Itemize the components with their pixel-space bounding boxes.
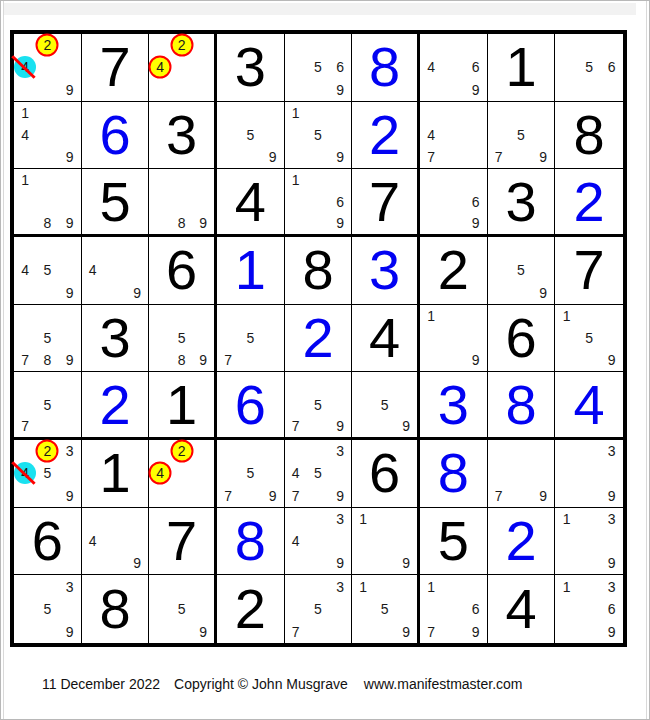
cell-r9c5[interactable]: 357	[285, 575, 353, 643]
cell-r9c7[interactable]: 1679	[420, 575, 488, 643]
cell-r3c2[interactable]: 5	[82, 169, 150, 237]
candidate-5: 5	[239, 124, 261, 146]
window-top-strip	[4, 3, 636, 15]
footer-date: 11 December 2022	[42, 676, 160, 692]
cell-r6c6[interactable]: 59	[352, 372, 420, 440]
cell-r4c4[interactable]: 1	[217, 237, 285, 305]
candidate-5: 5	[307, 394, 329, 416]
cell-r9c1[interactable]: 359	[14, 575, 82, 643]
given-digit: 7	[82, 34, 149, 101]
cell-r3c9[interactable]: 2	[555, 169, 623, 237]
cell-r3c7[interactable]: 69	[420, 169, 488, 237]
solved-digit: 2	[285, 305, 352, 372]
candidate-9: 9	[126, 552, 148, 574]
candidate-3: 3	[600, 575, 623, 598]
candidate-9: 9	[329, 78, 351, 100]
given-digit: 7	[149, 508, 214, 575]
candidate-5: 5	[307, 124, 329, 146]
candidate-8: 8	[36, 212, 58, 234]
given-digit: 1	[149, 372, 214, 437]
candidate-9: 9	[600, 552, 623, 574]
candidate-9: 9	[395, 415, 417, 437]
cell-r8c7[interactable]: 5	[420, 508, 488, 576]
cell-r5c7[interactable]: 19	[420, 305, 488, 373]
candidate-5: 5	[171, 327, 193, 349]
cell-r5c2[interactable]: 3	[82, 305, 150, 373]
footer-copyright: Copyright © John Musgrave	[174, 676, 348, 692]
candidate-4-target-mark: 4	[149, 462, 171, 484]
candidate-9: 9	[464, 212, 486, 234]
cell-r1c6[interactable]: 8	[352, 34, 420, 102]
cell-r1c5[interactable]: 569	[285, 34, 353, 102]
candidate-9: 9	[395, 620, 417, 643]
cell-r1c8[interactable]: 1	[488, 34, 556, 102]
given-digit: 7	[352, 169, 417, 234]
cell-r5c5[interactable]: 2	[285, 305, 353, 373]
candidate-7: 7	[14, 415, 36, 437]
candidate-7: 7	[488, 146, 510, 168]
cell-r6c9[interactable]: 4	[555, 372, 623, 440]
cell-r3c3[interactable]: 89	[149, 169, 217, 237]
candidate-5: 5	[36, 462, 58, 484]
footer: 11 December 2022 Copyright © John Musgra…	[42, 675, 523, 693]
given-digit: 1	[488, 34, 555, 101]
candidate-3: 3	[329, 440, 351, 462]
cell-r5c6[interactable]: 4	[352, 305, 420, 373]
solved-digit: 8	[420, 440, 487, 507]
page-right-border	[646, 0, 647, 720]
cell-r6c1[interactable]: 57	[14, 372, 82, 440]
candidate-9: 9	[532, 281, 554, 303]
candidate-9: 9	[192, 620, 214, 643]
cell-r2c5[interactable]: 159	[285, 102, 353, 170]
cell-r6c3[interactable]: 1	[149, 372, 217, 440]
cell-r2c1[interactable]: 149	[14, 102, 82, 170]
solved-digit: 8	[217, 508, 284, 575]
candidate-1: 1	[555, 305, 578, 327]
page-left-border	[3, 0, 4, 720]
candidate-9: 9	[58, 212, 80, 234]
cell-r3c1[interactable]: 189	[14, 169, 82, 237]
candidate-9: 9	[58, 281, 80, 303]
cell-r2c9[interactable]: 8	[555, 102, 623, 170]
candidate-9: 9	[261, 484, 283, 506]
candidate-5: 5	[239, 462, 261, 484]
given-digit: 2	[217, 575, 284, 643]
given-digit: 4	[488, 575, 555, 643]
candidate-6: 6	[329, 191, 351, 213]
cell-r8c5[interactable]: 349	[285, 508, 353, 576]
candidate-1: 1	[285, 102, 307, 124]
cell-r6c8[interactable]: 8	[488, 372, 556, 440]
candidate-9: 9	[329, 146, 351, 168]
given-digit: 4	[352, 305, 417, 372]
given-digit: 6	[352, 440, 417, 507]
cell-r7c5[interactable]: 34579	[285, 440, 353, 508]
candidate-9: 9	[58, 78, 80, 100]
cell-r1c1[interactable]: 249	[14, 34, 82, 102]
solved-digit: 6	[82, 102, 149, 169]
cell-r7c4[interactable]: 579	[217, 440, 285, 508]
candidate-5: 5	[510, 124, 532, 146]
candidate-4-eliminated-mark: 4	[14, 462, 36, 484]
given-digit: 7	[555, 237, 623, 304]
candidate-8: 8	[171, 212, 193, 234]
given-digit: 2	[420, 237, 487, 304]
candidate-1: 1	[555, 508, 578, 530]
candidate-9: 9	[261, 146, 283, 168]
solved-digit: 8	[352, 34, 417, 101]
cell-r8c1[interactable]: 6	[14, 508, 82, 576]
candidate-5: 5	[171, 598, 193, 621]
candidate-9: 9	[600, 484, 623, 506]
solved-digit: 2	[488, 508, 555, 575]
candidate-4: 4	[420, 56, 442, 78]
cell-r8c3[interactable]: 7	[149, 508, 217, 576]
candidate-9: 9	[58, 620, 80, 643]
cell-r2c8[interactable]: 579	[488, 102, 556, 170]
candidate-7: 7	[420, 620, 442, 643]
cell-r4c8[interactable]: 59	[488, 237, 556, 305]
candidate-5: 5	[36, 259, 58, 281]
cell-r3c6[interactable]: 7	[352, 169, 420, 237]
candidate-9: 9	[600, 349, 623, 371]
cell-r8c2[interactable]: 49	[82, 508, 150, 576]
cell-r5c8[interactable]: 6	[488, 305, 556, 373]
candidate-7: 7	[285, 415, 307, 437]
candidate-1: 1	[352, 508, 374, 530]
candidate-6: 6	[600, 598, 623, 621]
solved-digit: 2	[82, 372, 149, 437]
candidate-8: 8	[171, 349, 193, 371]
candidate-1: 1	[285, 169, 307, 191]
solved-digit: 1	[217, 237, 284, 304]
candidate-9: 9	[329, 212, 351, 234]
cell-r4c5[interactable]: 8	[285, 237, 353, 305]
given-digit: 8	[555, 102, 623, 169]
candidate-4: 4	[285, 462, 307, 484]
candidate-1: 1	[555, 575, 578, 598]
candidate-5: 5	[36, 598, 58, 621]
cell-r7c8[interactable]: 79	[488, 440, 556, 508]
solved-digit: 8	[488, 372, 555, 437]
candidate-7: 7	[217, 484, 239, 506]
cell-r1c4[interactable]: 3	[217, 34, 285, 102]
cell-r7c6[interactable]: 6	[352, 440, 420, 508]
cell-r8c6[interactable]: 19	[352, 508, 420, 576]
cell-r9c6[interactable]: 159	[352, 575, 420, 643]
cell-r5c9[interactable]: 159	[555, 305, 623, 373]
candidate-4-target-mark: 4	[149, 56, 171, 78]
candidate-9: 9	[126, 281, 148, 303]
cell-r5c3[interactable]: 589	[149, 305, 217, 373]
candidate-9: 9	[58, 146, 80, 168]
cell-r9c8[interactable]: 4	[488, 575, 556, 643]
candidate-3: 3	[329, 575, 351, 598]
candidate-9: 9	[532, 484, 554, 506]
cell-r4c1[interactable]: 459	[14, 237, 82, 305]
candidate-4: 4	[82, 259, 104, 281]
cell-r2c3[interactable]: 3	[149, 102, 217, 170]
solved-digit: 2	[555, 169, 623, 234]
cell-r2c6[interactable]: 2	[352, 102, 420, 170]
candidate-3: 3	[600, 440, 623, 462]
cell-r4c2[interactable]: 49	[82, 237, 150, 305]
candidate-5: 5	[510, 259, 532, 281]
candidate-6: 6	[329, 56, 351, 78]
cell-r8c8[interactable]: 2	[488, 508, 556, 576]
cell-r6c4[interactable]: 6	[217, 372, 285, 440]
candidate-3: 3	[58, 440, 80, 462]
candidate-9: 9	[464, 78, 486, 100]
candidate-1: 1	[14, 169, 36, 191]
candidate-5: 5	[307, 462, 329, 484]
given-digit: 3	[82, 305, 149, 372]
cell-r2c4[interactable]: 59	[217, 102, 285, 170]
cell-r2c7[interactable]: 47	[420, 102, 488, 170]
candidate-2-target-mark: 2	[171, 34, 193, 56]
candidate-9: 9	[464, 620, 486, 643]
candidate-5: 5	[36, 327, 58, 349]
given-digit: 4	[217, 169, 284, 234]
candidate-5: 5	[307, 598, 329, 621]
candidate-6: 6	[600, 56, 623, 78]
candidate-9: 9	[58, 349, 80, 371]
given-digit: 8	[285, 237, 352, 304]
candidate-6: 6	[464, 56, 486, 78]
cell-r4c7[interactable]: 2	[420, 237, 488, 305]
candidate-8: 8	[36, 349, 58, 371]
cell-r9c4[interactable]: 2	[217, 575, 285, 643]
candidate-9: 9	[464, 349, 486, 371]
cell-r8c9[interactable]: 139	[555, 508, 623, 576]
cell-r3c4[interactable]: 4	[217, 169, 285, 237]
candidate-5: 5	[374, 598, 396, 621]
candidate-3: 3	[329, 508, 351, 530]
candidate-5: 5	[374, 394, 396, 416]
cell-r4c3[interactable]: 6	[149, 237, 217, 305]
solved-digit: 6	[217, 372, 284, 437]
given-digit: 3	[217, 34, 284, 101]
candidate-4-eliminated-mark: 4	[14, 56, 36, 78]
given-digit: 5	[420, 508, 487, 575]
cell-r3c8[interactable]: 3	[488, 169, 556, 237]
given-digit: 6	[488, 305, 555, 372]
candidate-5: 5	[239, 327, 261, 349]
cell-r4c9[interactable]: 7	[555, 237, 623, 305]
cell-r7c3[interactable]: 24	[149, 440, 217, 508]
solved-digit: 3	[352, 237, 417, 304]
cell-r9c3[interactable]: 59	[149, 575, 217, 643]
candidate-7: 7	[285, 484, 307, 506]
candidate-7: 7	[14, 349, 36, 371]
cell-r7c9[interactable]: 39	[555, 440, 623, 508]
candidate-9: 9	[58, 484, 80, 506]
candidate-1: 1	[352, 575, 374, 598]
candidate-6: 6	[464, 598, 486, 621]
candidate-9: 9	[600, 620, 623, 643]
given-digit: 8	[82, 575, 149, 643]
cell-r8c4[interactable]: 8	[217, 508, 285, 576]
cell-r6c7[interactable]: 3	[420, 372, 488, 440]
candidate-7: 7	[488, 484, 510, 506]
candidate-2-target-mark: 2	[36, 34, 58, 56]
given-digit: 6	[14, 508, 81, 575]
candidate-7: 7	[217, 349, 239, 371]
candidate-9: 9	[395, 552, 417, 574]
candidate-7: 7	[285, 620, 307, 643]
candidate-4: 4	[14, 124, 36, 146]
cell-r1c7[interactable]: 469	[420, 34, 488, 102]
candidate-4: 4	[82, 530, 104, 552]
candidate-5: 5	[578, 56, 601, 78]
solved-digit: 4	[555, 372, 623, 437]
candidate-7: 7	[420, 146, 442, 168]
given-digit: 6	[149, 237, 214, 304]
candidate-1: 1	[420, 305, 442, 327]
cell-r6c2[interactable]: 2	[82, 372, 150, 440]
solved-digit: 2	[352, 102, 417, 169]
candidate-4: 4	[14, 259, 36, 281]
cell-r7c2[interactable]: 1	[82, 440, 150, 508]
candidate-1: 1	[420, 575, 442, 598]
candidate-9: 9	[329, 484, 351, 506]
solved-digit: 3	[420, 372, 487, 437]
cell-r7c7[interactable]: 8	[420, 440, 488, 508]
candidate-6: 6	[464, 191, 486, 213]
footer-website: www.manifestmaster.com	[364, 676, 523, 692]
given-digit: 3	[149, 102, 214, 169]
cell-r7c1[interactable]: 23459	[14, 440, 82, 508]
candidate-9: 9	[192, 349, 214, 371]
sudoku-board: 2497243569846915614963591592475798189589…	[10, 30, 627, 647]
candidate-3: 3	[58, 575, 80, 598]
candidate-2-target-mark: 2	[171, 440, 193, 462]
cell-r5c4[interactable]: 57	[217, 305, 285, 373]
candidate-5: 5	[36, 394, 58, 416]
candidate-9: 9	[192, 212, 214, 234]
candidate-5: 5	[578, 327, 601, 349]
cell-r3c5[interactable]: 169	[285, 169, 353, 237]
cell-r2c2[interactable]: 6	[82, 102, 150, 170]
given-digit: 5	[82, 169, 149, 234]
candidate-9: 9	[329, 552, 351, 574]
cell-r1c9[interactable]: 56	[555, 34, 623, 102]
cell-r5c1[interactable]: 5789	[14, 305, 82, 373]
cell-r4c6[interactable]: 3	[352, 237, 420, 305]
candidate-4: 4	[285, 530, 307, 552]
candidate-4: 4	[420, 124, 442, 146]
given-digit: 3	[488, 169, 555, 234]
candidate-1: 1	[14, 102, 36, 124]
cell-r9c9[interactable]: 1369	[555, 575, 623, 643]
given-digit: 1	[82, 440, 149, 507]
cell-r1c3[interactable]: 24	[149, 34, 217, 102]
candidate-3: 3	[600, 508, 623, 530]
cell-r6c5[interactable]: 579	[285, 372, 353, 440]
candidate-9: 9	[329, 415, 351, 437]
cell-r9c2[interactable]: 8	[82, 575, 150, 643]
candidate-5: 5	[307, 56, 329, 78]
cell-r1c2[interactable]: 7	[82, 34, 150, 102]
candidate-2-target-mark: 2	[36, 440, 58, 462]
candidate-9: 9	[532, 146, 554, 168]
